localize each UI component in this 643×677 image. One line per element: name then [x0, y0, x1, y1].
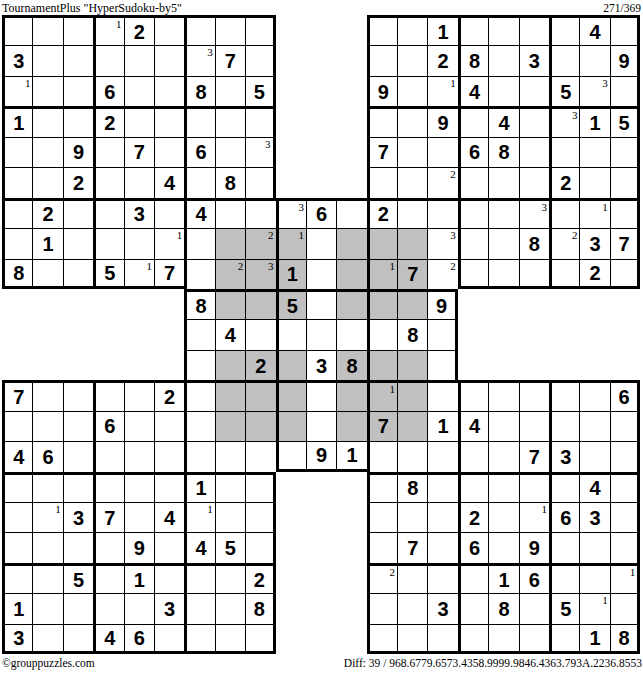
cell-r3c4[interactable] — [124, 106, 154, 136]
cell-r2c3[interactable]: 6 — [93, 76, 123, 106]
cell-r0c2[interactable] — [63, 15, 93, 45]
cell-r19c12[interactable] — [367, 593, 397, 623]
cell-r5c5[interactable]: 4 — [154, 167, 184, 197]
cell-r6c6[interactable]: 4 — [184, 198, 214, 228]
cell-r17c7[interactable]: 5 — [215, 532, 245, 562]
cell-r7c13[interactable] — [397, 228, 427, 258]
cell-r1c6[interactable]: 3 — [184, 45, 214, 75]
cell-r12c0[interactable]: 7 — [2, 380, 32, 410]
cell-r17c6[interactable]: 4 — [184, 532, 214, 562]
cell-r15c6[interactable]: 1 — [184, 472, 214, 502]
cell-r0c12[interactable] — [367, 15, 397, 45]
cell-r1c17[interactable]: 3 — [519, 45, 549, 75]
cell-r5c2[interactable]: 2 — [63, 167, 93, 197]
cell-r19c20[interactable] — [610, 593, 640, 623]
cell-r11c14[interactable] — [427, 350, 457, 380]
cell-r17c17[interactable]: 9 — [519, 532, 549, 562]
cell-r1c4[interactable] — [124, 45, 154, 75]
cell-r20c16[interactable] — [488, 624, 518, 654]
cell-r14c11[interactable]: 1 — [336, 441, 366, 471]
cell-r19c19[interactable]: 1 — [579, 593, 609, 623]
cell-r13c8[interactable] — [245, 411, 275, 441]
cell-r14c2[interactable] — [63, 441, 93, 471]
cell-r16c12[interactable] — [367, 502, 397, 532]
cell-r20c3[interactable]: 4 — [93, 624, 123, 654]
cell-r17c18[interactable] — [549, 532, 579, 562]
cell-r20c6[interactable] — [184, 624, 214, 654]
cell-r20c19[interactable]: 1 — [579, 624, 609, 654]
cell-r3c19[interactable]: 1 — [579, 106, 609, 136]
cell-r11c8[interactable]: 2 — [245, 350, 275, 380]
cell-r1c16[interactable] — [488, 45, 518, 75]
cell-r14c5[interactable] — [154, 441, 184, 471]
cell-r3c2[interactable] — [63, 106, 93, 136]
cell-r13c0[interactable] — [2, 411, 32, 441]
cell-r8c0[interactable]: 8 — [2, 259, 32, 289]
cell-r10c10[interactable] — [306, 319, 336, 349]
cell-r20c17[interactable] — [519, 624, 549, 654]
cell-r0c0[interactable] — [2, 15, 32, 45]
cell-r18c19[interactable] — [579, 563, 609, 593]
cell-r13c15[interactable]: 4 — [458, 411, 488, 441]
cell-r12c2[interactable] — [63, 380, 93, 410]
cell-r2c7[interactable] — [215, 76, 245, 106]
cell-r1c2[interactable] — [63, 45, 93, 75]
cell-r18c3[interactable] — [93, 563, 123, 593]
cell-r5c16[interactable] — [488, 167, 518, 197]
cell-r19c1[interactable] — [32, 593, 62, 623]
cell-r6c9[interactable]: 3 — [276, 198, 306, 228]
cell-r13c2[interactable] — [63, 411, 93, 441]
cell-r8c17[interactable] — [519, 259, 549, 289]
cell-r12c14[interactable] — [427, 380, 457, 410]
cell-r7c18[interactable]: 2 — [549, 228, 579, 258]
cell-r3c14[interactable]: 9 — [427, 106, 457, 136]
cell-r18c0[interactable] — [2, 563, 32, 593]
cell-r14c15[interactable] — [458, 441, 488, 471]
cell-r12c5[interactable]: 2 — [154, 380, 184, 410]
cell-r10c14[interactable] — [427, 319, 457, 349]
cell-r19c18[interactable]: 5 — [549, 593, 579, 623]
cell-r15c16[interactable] — [488, 472, 518, 502]
cell-r5c15[interactable] — [458, 167, 488, 197]
cell-r17c2[interactable] — [63, 532, 93, 562]
cell-r15c4[interactable] — [124, 472, 154, 502]
cell-r7c17[interactable]: 8 — [519, 228, 549, 258]
cell-r14c16[interactable] — [488, 441, 518, 471]
cell-r7c3[interactable] — [93, 228, 123, 258]
cell-r12c9[interactable] — [276, 380, 306, 410]
cell-r20c8[interactable] — [245, 624, 275, 654]
cell-r20c20[interactable]: 8 — [610, 624, 640, 654]
cell-r13c16[interactable] — [488, 411, 518, 441]
cell-r2c14[interactable]: 1 — [427, 76, 457, 106]
cell-r14c20[interactable] — [610, 441, 640, 471]
cell-r12c16[interactable] — [488, 380, 518, 410]
cell-r2c6[interactable]: 8 — [184, 76, 214, 106]
cell-r2c16[interactable] — [488, 76, 518, 106]
cell-r11c10[interactable]: 3 — [306, 350, 336, 380]
cell-r6c18[interactable] — [549, 198, 579, 228]
cell-r18c6[interactable] — [184, 563, 214, 593]
cell-r8c2[interactable] — [63, 259, 93, 289]
cell-r12c15[interactable] — [458, 380, 488, 410]
cell-r13c4[interactable] — [124, 411, 154, 441]
cell-r8c16[interactable] — [488, 259, 518, 289]
cell-r10c8[interactable] — [245, 319, 275, 349]
cell-r0c17[interactable] — [519, 15, 549, 45]
cell-r4c1[interactable] — [32, 137, 62, 167]
cell-r2c0[interactable]: 1 — [2, 76, 32, 106]
cell-r3c17[interactable] — [519, 106, 549, 136]
cell-r17c12[interactable] — [367, 532, 397, 562]
cell-r18c17[interactable]: 6 — [519, 563, 549, 593]
cell-r12c7[interactable] — [215, 380, 245, 410]
cell-r12c13[interactable] — [397, 380, 427, 410]
cell-r4c6[interactable]: 6 — [184, 137, 214, 167]
cell-r20c7[interactable] — [215, 624, 245, 654]
cell-r20c12[interactable] — [367, 624, 397, 654]
cell-r2c1[interactable] — [32, 76, 62, 106]
cell-r14c0[interactable]: 4 — [2, 441, 32, 471]
cell-r3c18[interactable]: 3 — [549, 106, 579, 136]
cell-r15c20[interactable] — [610, 472, 640, 502]
cell-r5c18[interactable]: 2 — [549, 167, 579, 197]
cell-r9c12[interactable] — [367, 289, 397, 319]
cell-r19c13[interactable] — [397, 593, 427, 623]
cell-r15c18[interactable] — [549, 472, 579, 502]
cell-r3c8[interactable] — [245, 106, 275, 136]
cell-r0c13[interactable] — [397, 15, 427, 45]
cell-r13c1[interactable] — [32, 411, 62, 441]
cell-r14c6[interactable] — [184, 441, 214, 471]
cell-r20c15[interactable] — [458, 624, 488, 654]
cell-r7c14[interactable]: 3 — [427, 228, 457, 258]
cell-r14c9[interactable] — [276, 441, 306, 471]
cell-r1c19[interactable] — [579, 45, 609, 75]
cell-r0c7[interactable] — [215, 15, 245, 45]
cell-r18c13[interactable] — [397, 563, 427, 593]
cell-r7c1[interactable]: 1 — [32, 228, 62, 258]
cell-r0c5[interactable] — [154, 15, 184, 45]
cell-r15c5[interactable] — [154, 472, 184, 502]
cell-r16c19[interactable]: 3 — [579, 502, 609, 532]
cell-r8c18[interactable] — [549, 259, 579, 289]
cell-r15c7[interactable] — [215, 472, 245, 502]
cell-r2c17[interactable] — [519, 76, 549, 106]
cell-r0c6[interactable] — [184, 15, 214, 45]
cell-r0c20[interactable] — [610, 15, 640, 45]
cell-r16c3[interactable]: 7 — [93, 502, 123, 532]
cell-r13c17[interactable] — [519, 411, 549, 441]
cell-r12c6[interactable] — [184, 380, 214, 410]
cell-r14c1[interactable]: 6 — [32, 441, 62, 471]
cell-r19c0[interactable]: 1 — [2, 593, 32, 623]
cell-r14c8[interactable] — [245, 441, 275, 471]
cell-r7c16[interactable] — [488, 228, 518, 258]
cell-r3c13[interactable] — [397, 106, 427, 136]
cell-r17c5[interactable] — [154, 532, 184, 562]
cell-r0c1[interactable] — [32, 15, 62, 45]
cell-r6c13[interactable] — [397, 198, 427, 228]
cell-r16c15[interactable]: 2 — [458, 502, 488, 532]
cell-r16c20[interactable] — [610, 502, 640, 532]
cell-r19c5[interactable]: 3 — [154, 593, 184, 623]
cell-r8c19[interactable]: 2 — [579, 259, 609, 289]
cell-r3c20[interactable]: 5 — [610, 106, 640, 136]
cell-r10c13[interactable]: 8 — [397, 319, 427, 349]
cell-r17c13[interactable]: 7 — [397, 532, 427, 562]
cell-r16c0[interactable] — [2, 502, 32, 532]
cell-r13c19[interactable] — [579, 411, 609, 441]
cell-r19c7[interactable] — [215, 593, 245, 623]
cell-r14c10[interactable]: 9 — [306, 441, 336, 471]
cell-r3c6[interactable] — [184, 106, 214, 136]
cell-r13c10[interactable] — [306, 411, 336, 441]
cell-r6c10[interactable]: 6 — [306, 198, 336, 228]
cell-r2c4[interactable] — [124, 76, 154, 106]
cell-r15c14[interactable] — [427, 472, 457, 502]
cell-r1c12[interactable] — [367, 45, 397, 75]
cell-r18c5[interactable] — [154, 563, 184, 593]
cell-r12c20[interactable]: 6 — [610, 380, 640, 410]
cell-r14c7[interactable] — [215, 441, 245, 471]
cell-r4c17[interactable] — [519, 137, 549, 167]
cell-r6c15[interactable] — [458, 198, 488, 228]
cell-r0c8[interactable] — [245, 15, 275, 45]
cell-r14c4[interactable] — [124, 441, 154, 471]
cell-r20c2[interactable] — [63, 624, 93, 654]
cell-r7c9[interactable]: 1 — [276, 228, 306, 258]
cell-r5c6[interactable] — [184, 167, 214, 197]
cell-r12c1[interactable] — [32, 380, 62, 410]
cell-r12c4[interactable] — [124, 380, 154, 410]
cell-r9c6[interactable]: 8 — [184, 289, 214, 319]
cell-r8c8[interactable]: 3 — [245, 259, 275, 289]
cell-r6c19[interactable]: 1 — [579, 198, 609, 228]
cell-r16c4[interactable] — [124, 502, 154, 532]
cell-r10c6[interactable] — [184, 319, 214, 349]
cell-r4c7[interactable] — [215, 137, 245, 167]
cell-r7c12[interactable] — [367, 228, 397, 258]
cell-r19c2[interactable] — [63, 593, 93, 623]
cell-r16c1[interactable]: 1 — [32, 502, 62, 532]
cell-r13c20[interactable] — [610, 411, 640, 441]
cell-r13c3[interactable]: 6 — [93, 411, 123, 441]
cell-r2c19[interactable]: 3 — [579, 76, 609, 106]
cell-r6c0[interactable] — [2, 198, 32, 228]
cell-r3c7[interactable] — [215, 106, 245, 136]
cell-r8c15[interactable] — [458, 259, 488, 289]
cell-r11c7[interactable] — [215, 350, 245, 380]
cell-r7c6[interactable] — [184, 228, 214, 258]
cell-r5c3[interactable] — [93, 167, 123, 197]
cell-r16c13[interactable] — [397, 502, 427, 532]
cell-r6c20[interactable] — [610, 198, 640, 228]
cell-r12c18[interactable] — [549, 380, 579, 410]
cell-r6c17[interactable]: 3 — [519, 198, 549, 228]
cell-r19c8[interactable]: 8 — [245, 593, 275, 623]
cell-r16c6[interactable]: 1 — [184, 502, 214, 532]
cell-r4c15[interactable]: 6 — [458, 137, 488, 167]
cell-r3c15[interactable] — [458, 106, 488, 136]
cell-r8c10[interactable] — [306, 259, 336, 289]
cell-r14c3[interactable] — [93, 441, 123, 471]
cell-r13c6[interactable] — [184, 411, 214, 441]
cell-r4c8[interactable]: 3 — [245, 137, 275, 167]
cell-r14c12[interactable] — [367, 441, 397, 471]
cell-r12c19[interactable] — [579, 380, 609, 410]
cell-r1c20[interactable]: 9 — [610, 45, 640, 75]
cell-r5c8[interactable] — [245, 167, 275, 197]
cell-r6c7[interactable] — [215, 198, 245, 228]
cell-r1c1[interactable] — [32, 45, 62, 75]
cell-r9c9[interactable]: 5 — [276, 289, 306, 319]
cell-r3c3[interactable]: 2 — [93, 106, 123, 136]
cell-r7c0[interactable] — [2, 228, 32, 258]
cell-r7c7[interactable] — [215, 228, 245, 258]
cell-r7c11[interactable] — [336, 228, 366, 258]
cell-r4c18[interactable] — [549, 137, 579, 167]
cell-r20c1[interactable] — [32, 624, 62, 654]
cell-r5c17[interactable] — [519, 167, 549, 197]
cell-r13c18[interactable] — [549, 411, 579, 441]
cell-r15c2[interactable] — [63, 472, 93, 502]
cell-r6c16[interactable] — [488, 198, 518, 228]
cell-r18c1[interactable] — [32, 563, 62, 593]
cell-r14c13[interactable] — [397, 441, 427, 471]
cell-r14c14[interactable] — [427, 441, 457, 471]
cell-r8c4[interactable]: 1 — [124, 259, 154, 289]
cell-r5c7[interactable]: 8 — [215, 167, 245, 197]
cell-r7c15[interactable] — [458, 228, 488, 258]
cell-r2c8[interactable]: 5 — [245, 76, 275, 106]
cell-r4c0[interactable] — [2, 137, 32, 167]
cell-r5c19[interactable] — [579, 167, 609, 197]
cell-r1c8[interactable] — [245, 45, 275, 75]
cell-r7c8[interactable]: 2 — [245, 228, 275, 258]
cell-r5c14[interactable]: 2 — [427, 167, 457, 197]
cell-r1c18[interactable] — [549, 45, 579, 75]
cell-r4c3[interactable] — [93, 137, 123, 167]
cell-r0c4[interactable]: 2 — [124, 15, 154, 45]
cell-r17c14[interactable] — [427, 532, 457, 562]
cell-r8c1[interactable] — [32, 259, 62, 289]
cell-r14c19[interactable] — [579, 441, 609, 471]
cell-r19c15[interactable] — [458, 593, 488, 623]
cell-r1c14[interactable]: 2 — [427, 45, 457, 75]
cell-r11c11[interactable]: 8 — [336, 350, 366, 380]
cell-r16c14[interactable] — [427, 502, 457, 532]
cell-r16c17[interactable]: 1 — [519, 502, 549, 532]
cell-r8c6[interactable] — [184, 259, 214, 289]
cell-r11c9[interactable] — [276, 350, 306, 380]
cell-r16c5[interactable]: 4 — [154, 502, 184, 532]
cell-r12c3[interactable] — [93, 380, 123, 410]
cell-r16c7[interactable] — [215, 502, 245, 532]
cell-r4c13[interactable] — [397, 137, 427, 167]
cell-r4c2[interactable]: 9 — [63, 137, 93, 167]
cell-r5c4[interactable] — [124, 167, 154, 197]
cell-r8c12[interactable]: 1 — [367, 259, 397, 289]
cell-r8c9[interactable]: 1 — [276, 259, 306, 289]
cell-r6c1[interactable]: 2 — [32, 198, 62, 228]
cell-r3c5[interactable] — [154, 106, 184, 136]
cell-r9c10[interactable] — [306, 289, 336, 319]
cell-r8c11[interactable] — [336, 259, 366, 289]
cell-r4c20[interactable] — [610, 137, 640, 167]
cell-r19c3[interactable] — [93, 593, 123, 623]
cell-r18c8[interactable]: 2 — [245, 563, 275, 593]
cell-r6c4[interactable]: 3 — [124, 198, 154, 228]
cell-r7c4[interactable] — [124, 228, 154, 258]
cell-r18c4[interactable]: 1 — [124, 563, 154, 593]
cell-r2c12[interactable]: 9 — [367, 76, 397, 106]
cell-r5c13[interactable] — [397, 167, 427, 197]
cell-r1c7[interactable]: 7 — [215, 45, 245, 75]
cell-r4c4[interactable]: 7 — [124, 137, 154, 167]
cell-r17c3[interactable] — [93, 532, 123, 562]
cell-r10c11[interactable] — [336, 319, 366, 349]
cell-r13c13[interactable] — [397, 411, 427, 441]
cell-r12c17[interactable] — [519, 380, 549, 410]
cell-r11c12[interactable] — [367, 350, 397, 380]
cell-r6c11[interactable] — [336, 198, 366, 228]
cell-r18c7[interactable] — [215, 563, 245, 593]
cell-r0c14[interactable]: 1 — [427, 15, 457, 45]
cell-r4c12[interactable]: 7 — [367, 137, 397, 167]
cell-r12c11[interactable] — [336, 380, 366, 410]
cell-r8c7[interactable]: 2 — [215, 259, 245, 289]
cell-r3c16[interactable]: 4 — [488, 106, 518, 136]
cell-r10c12[interactable] — [367, 319, 397, 349]
cell-r16c16[interactable] — [488, 502, 518, 532]
cell-r9c11[interactable] — [336, 289, 366, 319]
cell-r16c8[interactable] — [245, 502, 275, 532]
cell-r11c6[interactable] — [184, 350, 214, 380]
cell-r20c4[interactable]: 6 — [124, 624, 154, 654]
cell-r18c18[interactable] — [549, 563, 579, 593]
cell-r19c17[interactable] — [519, 593, 549, 623]
cell-r16c18[interactable]: 6 — [549, 502, 579, 532]
cell-r13c14[interactable]: 1 — [427, 411, 457, 441]
cell-r4c16[interactable]: 8 — [488, 137, 518, 167]
cell-r0c19[interactable]: 4 — [579, 15, 609, 45]
cell-r7c5[interactable]: 1 — [154, 228, 184, 258]
cell-r8c13[interactable]: 7 — [397, 259, 427, 289]
cell-r9c14[interactable]: 9 — [427, 289, 457, 319]
cell-r18c2[interactable]: 5 — [63, 563, 93, 593]
cell-r19c6[interactable] — [184, 593, 214, 623]
cell-r8c20[interactable] — [610, 259, 640, 289]
cell-r20c18[interactable] — [549, 624, 579, 654]
cell-r16c2[interactable]: 3 — [63, 502, 93, 532]
cell-r17c15[interactable]: 6 — [458, 532, 488, 562]
cell-r18c12[interactable]: 2 — [367, 563, 397, 593]
cell-r17c0[interactable] — [2, 532, 32, 562]
cell-r15c19[interactable]: 4 — [579, 472, 609, 502]
cell-r5c0[interactable] — [2, 167, 32, 197]
cell-r13c5[interactable] — [154, 411, 184, 441]
cell-r19c14[interactable]: 3 — [427, 593, 457, 623]
cell-r0c3[interactable]: 1 — [93, 15, 123, 45]
cell-r13c9[interactable] — [276, 411, 306, 441]
cell-r15c3[interactable] — [93, 472, 123, 502]
cell-r20c5[interactable] — [154, 624, 184, 654]
cell-r12c10[interactable] — [306, 380, 336, 410]
cell-r15c17[interactable] — [519, 472, 549, 502]
cell-r18c16[interactable]: 1 — [488, 563, 518, 593]
